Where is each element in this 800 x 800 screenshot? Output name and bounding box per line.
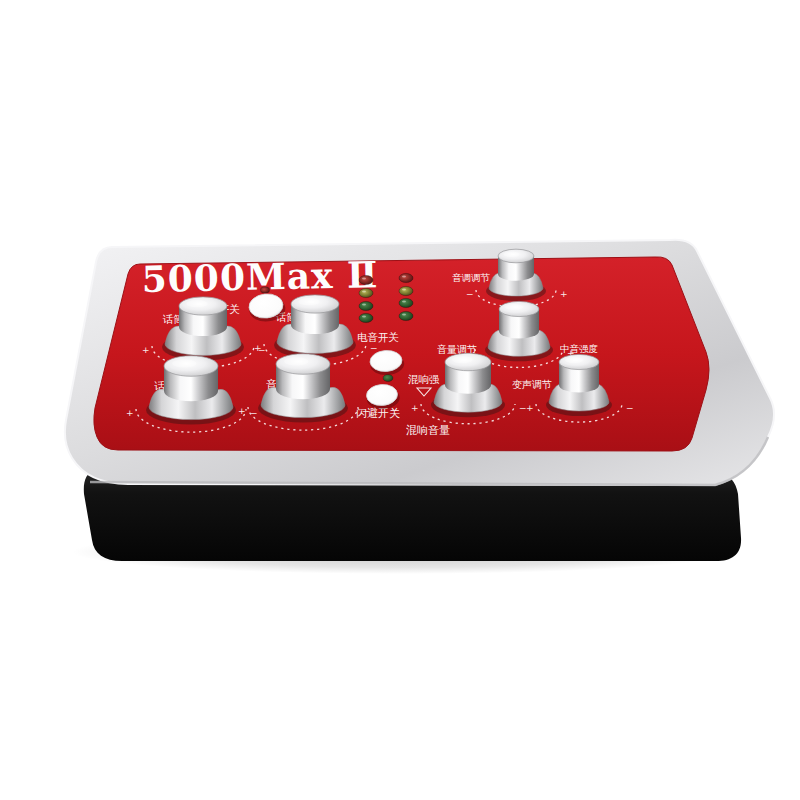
- scale-left-sign: +: [238, 406, 246, 416]
- scale-right-sign: −: [370, 343, 378, 353]
- scale-left-sign: +: [254, 343, 262, 353]
- knob-cap-sheen: [172, 359, 196, 367]
- led-left-1: [359, 275, 373, 284]
- led-highlight: [362, 304, 366, 306]
- led-left-2: [359, 288, 373, 297]
- led-right-4: [399, 311, 413, 320]
- center-led: [383, 374, 393, 381]
- led-highlight: [402, 314, 406, 316]
- knob-cap-sheen: [503, 252, 519, 257]
- led-right-1: [399, 273, 413, 282]
- label-etone-switch: 电音开关: [357, 331, 399, 343]
- label-reverb-volume: 混响音量: [406, 424, 450, 437]
- scale-left-sign: +: [126, 408, 134, 418]
- product-photo: 5000Max Ⅱ 话筒开关 话筒高音 话筒低音 话筒音量 音乐音量 电音开关 …: [0, 0, 800, 800]
- led-right-2: [399, 286, 413, 295]
- led-highlight: [402, 276, 406, 278]
- label-reverb-strength: 混响强: [408, 373, 440, 385]
- knob-cap-sheen: [565, 357, 583, 363]
- scale-left-sign: +: [526, 403, 534, 413]
- knob-cap-sheen: [186, 300, 208, 307]
- led-right-3: [399, 298, 413, 307]
- device-photo: 5000Max Ⅱ 话筒开关 话筒高音 话筒低音 话筒音量 音乐音量 电音开关 …: [0, 0, 800, 800]
- led-highlight: [402, 289, 406, 291]
- knob-cap-sheen: [284, 357, 308, 365]
- label-voice-change: 变声调节: [512, 379, 552, 390]
- scale-right-sign: −: [362, 406, 370, 416]
- scale-right-sign: +: [560, 289, 568, 299]
- knob-cap-sheen: [298, 298, 320, 305]
- led-highlight: [362, 316, 366, 318]
- led-highlight: [362, 278, 366, 280]
- product-title: 5000Max Ⅱ: [141, 253, 379, 300]
- led-highlight: [362, 291, 366, 293]
- scale-left-sign: +: [411, 403, 419, 413]
- led-left-4: [359, 313, 373, 322]
- scale-right-sign: −: [626, 403, 634, 413]
- mic-switch-led: [261, 287, 270, 293]
- knob-cap-sheen: [505, 304, 523, 310]
- scale-left-sign: −: [466, 289, 474, 299]
- scale-right-sign: −: [250, 408, 258, 418]
- label-mid-strength: 中音强度: [560, 343, 598, 354]
- scale-left-sign: +: [142, 345, 150, 355]
- label-tone-adjust: 音调调节: [452, 272, 491, 283]
- led-left-3: [359, 301, 373, 310]
- knob-cap-sheen: [452, 356, 473, 363]
- led-highlight: [402, 301, 406, 303]
